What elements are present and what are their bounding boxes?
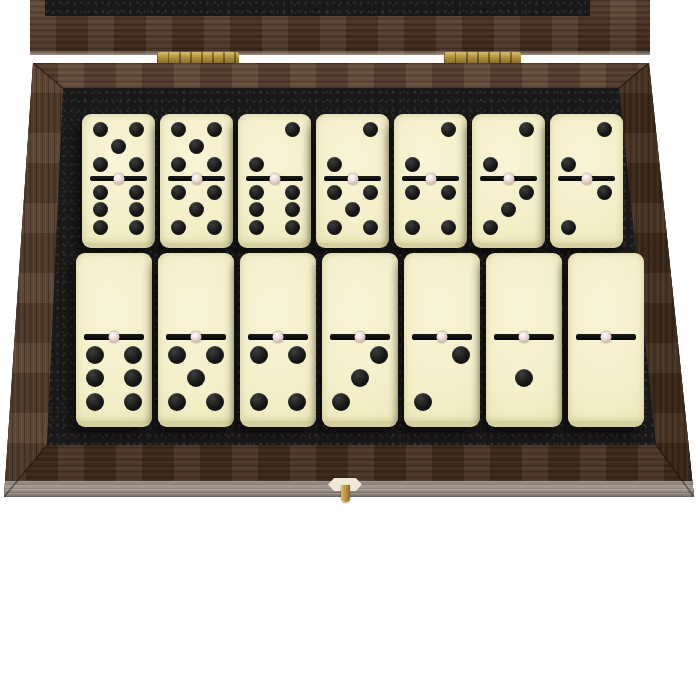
divider-bar — [330, 334, 390, 340]
pip-cell — [499, 156, 517, 173]
pip-cell — [167, 390, 186, 414]
divider-bar — [84, 334, 144, 340]
pip-cell — [577, 390, 596, 414]
pip-cell — [577, 260, 596, 284]
pip-cell — [167, 343, 186, 367]
pip-cell — [206, 343, 225, 367]
pip-cell — [518, 201, 536, 218]
pip-cell — [331, 390, 350, 414]
pip-cell — [559, 201, 577, 218]
divider-bar — [480, 176, 537, 181]
pip-cell — [124, 390, 143, 414]
pip-cell — [187, 138, 205, 155]
pip-cell — [559, 184, 577, 201]
domino-upper-half — [82, 114, 155, 176]
pip-cell — [247, 156, 265, 173]
divider-bar — [166, 334, 226, 340]
pip-cell — [91, 184, 109, 201]
pip-cell — [596, 138, 614, 155]
pip-cell — [577, 184, 595, 201]
pip-cell — [186, 284, 205, 308]
pip — [483, 157, 498, 172]
pip-cell — [518, 138, 536, 155]
pip — [187, 369, 205, 387]
pip-cell — [265, 219, 283, 236]
pip-cell — [452, 260, 471, 284]
pip — [249, 157, 264, 172]
pip-cell — [499, 219, 517, 236]
pip-cell — [249, 367, 268, 391]
pip — [124, 393, 142, 411]
pip-cell — [518, 121, 536, 138]
pip-cell — [186, 367, 205, 391]
pip-cell — [362, 184, 380, 201]
pip-cell — [343, 184, 361, 201]
pip-cell — [440, 219, 458, 236]
pip-cell — [343, 201, 361, 218]
pip — [249, 202, 264, 217]
pip-cell — [616, 390, 635, 414]
pip-cell — [481, 184, 499, 201]
domino-lower-half — [404, 340, 480, 421]
pip-cell — [128, 121, 146, 138]
pip-cell — [265, 201, 283, 218]
pip-cell — [167, 284, 186, 308]
domino-tile[interactable] — [158, 253, 234, 427]
pip-cell — [577, 367, 596, 391]
pip-cell — [534, 307, 553, 331]
pip-cell — [514, 284, 533, 308]
pip-cell — [596, 390, 615, 414]
pip-cell — [206, 307, 225, 331]
pip — [515, 369, 533, 387]
pip-cell — [413, 284, 432, 308]
domino-tile[interactable] — [404, 253, 480, 427]
domino-box-scene — [0, 0, 700, 700]
pip-cell — [534, 367, 553, 391]
pip — [363, 185, 378, 200]
pip-cell — [596, 367, 615, 391]
pip-cell — [288, 284, 307, 308]
divider-pin — [581, 173, 592, 184]
pip-cell — [247, 121, 265, 138]
pip-cell — [596, 307, 615, 331]
pip-cell — [534, 390, 553, 414]
pip-cell — [206, 121, 224, 138]
pip-cell — [268, 367, 287, 391]
domino-tile[interactable] — [550, 114, 623, 248]
pip-cell — [413, 367, 432, 391]
pip-cell — [249, 260, 268, 284]
domino-lower-half — [316, 181, 389, 243]
pip-cell — [169, 184, 187, 201]
pip-cell — [350, 260, 369, 284]
pip-cell — [481, 219, 499, 236]
pip-cell — [616, 284, 635, 308]
pip-cell — [124, 307, 143, 331]
divider-pin — [191, 332, 202, 343]
pip-cell — [288, 367, 307, 391]
pip-cell — [128, 219, 146, 236]
pip-cell — [362, 156, 380, 173]
pip-cell — [596, 219, 614, 236]
divider-pin — [113, 173, 124, 184]
pip-cell — [440, 138, 458, 155]
pip-cell — [534, 284, 553, 308]
pip-cell — [440, 156, 458, 173]
pip — [519, 185, 534, 200]
pip — [414, 393, 432, 411]
pip-cell — [481, 138, 499, 155]
pip — [93, 122, 108, 137]
pip-cell — [403, 184, 421, 201]
pip-cell — [91, 138, 109, 155]
pip — [363, 220, 378, 235]
pip-cell — [499, 184, 517, 201]
pip-cell — [104, 343, 123, 367]
pip-cell — [128, 201, 146, 218]
pip — [168, 346, 186, 364]
pip — [168, 393, 186, 411]
pip-cell — [432, 367, 451, 391]
pip-cell — [403, 201, 421, 218]
pip-cell — [577, 201, 595, 218]
pip — [483, 220, 498, 235]
pip-cell — [284, 201, 302, 218]
pip-cell — [518, 219, 536, 236]
pip-cell — [577, 219, 595, 236]
pip-cell — [169, 121, 187, 138]
pip — [207, 157, 222, 172]
divider-pin — [425, 173, 436, 184]
pip — [250, 393, 268, 411]
domino-upper-half — [76, 253, 152, 334]
pip-cell — [432, 260, 451, 284]
domino-lower-half — [472, 181, 545, 243]
pip-cell — [284, 184, 302, 201]
pip-cell — [124, 260, 143, 284]
divider-pin — [437, 332, 448, 343]
pip — [86, 393, 104, 411]
domino-lower-half — [160, 181, 233, 243]
pip-cell — [331, 260, 350, 284]
pip-cell — [514, 390, 533, 414]
pip — [285, 122, 300, 137]
pip-cell — [559, 219, 577, 236]
pip-cell — [577, 138, 595, 155]
pip-cell — [85, 307, 104, 331]
pip — [207, 220, 222, 235]
domino-row-top — [82, 114, 623, 248]
pip-cell — [514, 343, 533, 367]
pip — [124, 369, 142, 387]
pip-cell — [206, 184, 224, 201]
domino-tile[interactable] — [394, 114, 467, 248]
pip-cell — [206, 260, 225, 284]
pip-cell — [247, 138, 265, 155]
pip-cell — [432, 307, 451, 331]
pip-cell — [421, 219, 439, 236]
domino-lower-half — [76, 340, 152, 421]
pip — [129, 202, 144, 217]
pip-cell — [109, 138, 127, 155]
pip-cell — [325, 138, 343, 155]
pip-cell — [249, 390, 268, 414]
pip — [171, 157, 186, 172]
pip-cell — [247, 201, 265, 218]
pip-cell — [288, 260, 307, 284]
domino-lower-half — [568, 340, 644, 421]
pip-cell — [104, 390, 123, 414]
pip-cell — [109, 219, 127, 236]
pip-cell — [518, 184, 536, 201]
pip-cell — [559, 138, 577, 155]
divider-bar — [246, 176, 303, 181]
pip-cell — [104, 367, 123, 391]
pip-cell — [577, 284, 596, 308]
pip-cell — [413, 307, 432, 331]
pip-cell — [421, 138, 439, 155]
domino-tile[interactable] — [486, 253, 562, 427]
pip-cell — [91, 201, 109, 218]
pip-cell — [559, 121, 577, 138]
divider-pin — [519, 332, 530, 343]
pip-cell — [128, 156, 146, 173]
divider-bar — [412, 334, 472, 340]
divider-pin — [347, 173, 358, 184]
pip — [129, 157, 144, 172]
pip-cell — [124, 367, 143, 391]
pip — [129, 122, 144, 137]
pip-cell — [187, 156, 205, 173]
pip — [327, 220, 342, 235]
pip — [405, 157, 420, 172]
pip — [249, 220, 264, 235]
pip — [370, 346, 388, 364]
pip — [288, 393, 306, 411]
pip-cell — [187, 184, 205, 201]
pip — [189, 139, 204, 154]
pip — [93, 157, 108, 172]
pip-cell — [452, 284, 471, 308]
pip-cell — [124, 284, 143, 308]
pip-cell — [247, 184, 265, 201]
divider-bar — [324, 176, 381, 181]
pip — [519, 122, 534, 137]
pip-cell — [109, 201, 127, 218]
pip-cell — [284, 121, 302, 138]
pip-cell — [495, 343, 514, 367]
domino-tile[interactable] — [82, 114, 155, 248]
domino-tile[interactable] — [160, 114, 233, 248]
pip-cell — [362, 121, 380, 138]
pip-cell — [577, 121, 595, 138]
pip-cell — [265, 184, 283, 201]
pip-cell — [169, 156, 187, 173]
pip-cell — [495, 367, 514, 391]
pip-cell — [596, 284, 615, 308]
pip — [452, 346, 470, 364]
domino-tile[interactable] — [322, 253, 398, 427]
pip-cell — [343, 138, 361, 155]
pip — [501, 202, 516, 217]
pip-cell — [167, 307, 186, 331]
domino-tile[interactable] — [472, 114, 545, 248]
domino-lower-half — [240, 340, 316, 421]
pip-cell — [534, 260, 553, 284]
pip — [93, 185, 108, 200]
pip-cell — [403, 156, 421, 173]
domino-lower-half — [238, 181, 311, 243]
lid-felt-lining — [45, 0, 590, 16]
pip — [206, 346, 224, 364]
pip-cell — [596, 156, 614, 173]
pip-cell — [350, 307, 369, 331]
pip-cell — [206, 201, 224, 218]
domino-lower-half — [322, 340, 398, 421]
pip — [345, 202, 360, 217]
pip-cell — [169, 219, 187, 236]
lid-bottom-edge — [30, 51, 650, 55]
pip-cell — [514, 307, 533, 331]
pip — [285, 185, 300, 200]
pip-cell — [452, 367, 471, 391]
domino-upper-half — [322, 253, 398, 334]
pip — [111, 139, 126, 154]
pip-cell — [495, 390, 514, 414]
pip — [171, 185, 186, 200]
pip — [405, 220, 420, 235]
pip — [249, 185, 264, 200]
domino-row-bottom — [76, 253, 644, 427]
pip-cell — [288, 390, 307, 414]
pip-cell — [495, 307, 514, 331]
domino-upper-half — [550, 114, 623, 176]
pip — [171, 122, 186, 137]
divider-bar — [402, 176, 459, 181]
domino-upper-half — [568, 253, 644, 334]
pip-cell — [268, 307, 287, 331]
divider-bar — [494, 334, 554, 340]
pip-cell — [85, 390, 104, 414]
pip-cell — [284, 138, 302, 155]
pip-cell — [325, 219, 343, 236]
domino-upper-half — [238, 114, 311, 176]
pip-cell — [596, 121, 614, 138]
pip — [93, 220, 108, 235]
domino-upper-half — [472, 114, 545, 176]
pip-cell — [249, 343, 268, 367]
domino-tile[interactable] — [238, 114, 311, 248]
pip — [129, 220, 144, 235]
domino-upper-half — [158, 253, 234, 334]
pip-cell — [91, 156, 109, 173]
pip-cell — [596, 343, 615, 367]
pip-cell — [421, 201, 439, 218]
pip-cell — [452, 307, 471, 331]
pip-cell — [186, 307, 205, 331]
pip-cell — [403, 121, 421, 138]
pip-cell — [534, 343, 553, 367]
pip-cell — [518, 156, 536, 173]
clasp[interactable] — [326, 476, 364, 504]
pip-cell — [128, 138, 146, 155]
pip-cell — [343, 156, 361, 173]
pip-cell — [167, 367, 186, 391]
pip-cell — [370, 307, 389, 331]
pip-cell — [109, 184, 127, 201]
pip-cell — [499, 138, 517, 155]
pip-cell — [413, 343, 432, 367]
pip-cell — [187, 219, 205, 236]
pip-cell — [350, 284, 369, 308]
pip-cell — [325, 156, 343, 173]
pip-cell — [91, 121, 109, 138]
pip-cell — [616, 307, 635, 331]
pip-cell — [577, 307, 596, 331]
pip — [86, 346, 104, 364]
divider-pin — [355, 332, 366, 343]
pip-cell — [85, 343, 104, 367]
divider-pin — [109, 332, 120, 343]
pip-cell — [85, 260, 104, 284]
pip-cell — [91, 219, 109, 236]
domino-lower-half — [550, 181, 623, 243]
domino-lower-half — [158, 340, 234, 421]
domino-tile[interactable] — [316, 114, 389, 248]
pip-cell — [370, 260, 389, 284]
pip-cell — [265, 121, 283, 138]
pip-cell — [186, 390, 205, 414]
pip — [86, 369, 104, 387]
pip-cell — [104, 284, 123, 308]
pip-cell — [432, 343, 451, 367]
pip-cell — [331, 367, 350, 391]
pip — [207, 122, 222, 137]
pip — [441, 220, 456, 235]
pip-cell — [206, 219, 224, 236]
pip-cell — [421, 156, 439, 173]
domino-tile[interactable] — [76, 253, 152, 427]
pip-cell — [169, 138, 187, 155]
pip-cell — [440, 121, 458, 138]
pip-cell — [350, 343, 369, 367]
pip-cell — [104, 307, 123, 331]
pip-cell — [206, 367, 225, 391]
pip-cell — [186, 343, 205, 367]
domino-tile[interactable] — [568, 253, 644, 427]
divider-bar — [168, 176, 225, 181]
pip-cell — [288, 343, 307, 367]
pip — [285, 202, 300, 217]
pip-cell — [268, 260, 287, 284]
domino-upper-half — [394, 114, 467, 176]
pip-cell — [432, 390, 451, 414]
divider-bar — [576, 334, 636, 340]
pip-cell — [577, 156, 595, 173]
domino-lower-half — [82, 181, 155, 243]
pip-cell — [325, 121, 343, 138]
pip-cell — [167, 260, 186, 284]
domino-tile[interactable] — [240, 253, 316, 427]
pip-cell — [499, 121, 517, 138]
pip — [124, 346, 142, 364]
pip-cell — [559, 156, 577, 173]
pip-cell — [331, 307, 350, 331]
pip-cell — [268, 390, 287, 414]
pip-cell — [325, 184, 343, 201]
pip-cell — [109, 121, 127, 138]
